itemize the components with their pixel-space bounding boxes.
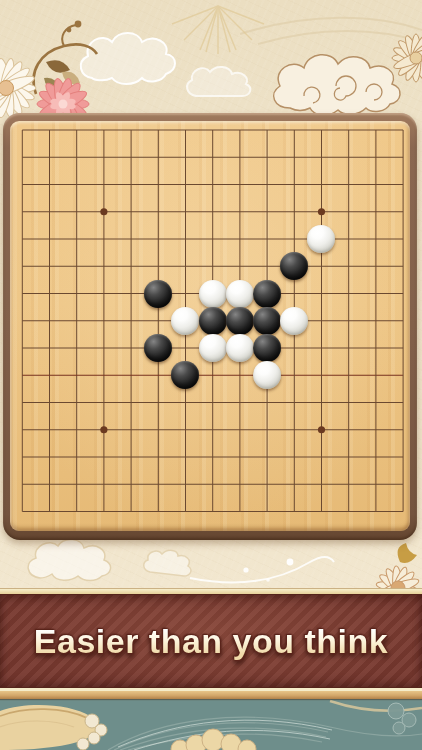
mid-decor bbox=[0, 538, 422, 590]
stone-white bbox=[307, 225, 335, 253]
stone-black bbox=[253, 307, 281, 335]
sparkle-icon bbox=[243, 559, 293, 582]
tagline-banner: Easier than you think bbox=[0, 588, 422, 699]
stone-black bbox=[280, 252, 308, 280]
stone-black bbox=[171, 361, 199, 389]
stone-white bbox=[226, 280, 254, 308]
tagline-text: Easier than you think bbox=[34, 622, 388, 661]
stones-layer bbox=[9, 116, 417, 525]
gomoku-board[interactable] bbox=[10, 121, 410, 531]
cloud-outline-icon bbox=[28, 539, 191, 580]
board-frame bbox=[3, 113, 417, 540]
wave-pattern-icon bbox=[0, 699, 422, 750]
stone-white bbox=[253, 361, 281, 389]
stone-white bbox=[226, 334, 254, 362]
cloud-cream-icon bbox=[274, 55, 400, 115]
stone-white bbox=[199, 334, 227, 362]
chrysanthemum-outline-icon bbox=[392, 34, 422, 82]
swirl-icon bbox=[190, 557, 334, 582]
chrysanthemum-white-icon bbox=[0, 57, 36, 118]
stone-white bbox=[199, 280, 227, 308]
stone-black bbox=[144, 334, 172, 362]
stone-black bbox=[199, 307, 227, 335]
stone-black bbox=[144, 280, 172, 308]
cloud-outline-icon bbox=[81, 33, 251, 96]
stone-black bbox=[226, 307, 254, 335]
stone-white bbox=[280, 307, 308, 335]
ginkgo-leaf-icon bbox=[398, 543, 417, 563]
stone-black bbox=[253, 280, 281, 308]
stone-black bbox=[253, 334, 281, 362]
fan-flower-icon bbox=[375, 566, 420, 590]
screenshot-stage: Easier than you think bbox=[0, 0, 422, 750]
stone-white bbox=[171, 307, 199, 335]
banner-gold-trim-bottom bbox=[0, 691, 422, 699]
banner-body: Easier than you think bbox=[0, 595, 422, 687]
arc-lines-icon bbox=[240, 18, 422, 44]
top-decor bbox=[0, 0, 422, 120]
